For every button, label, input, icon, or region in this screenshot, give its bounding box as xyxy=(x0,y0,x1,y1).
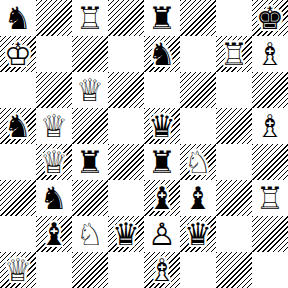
square-c1[interactable] xyxy=(72,252,108,288)
square-h7[interactable]: ♝♗ xyxy=(252,36,288,72)
black-queen: ♛ xyxy=(108,216,144,252)
square-g4[interactable] xyxy=(216,144,252,180)
black-queen: ♛ xyxy=(180,216,216,252)
square-f2[interactable]: ♛ xyxy=(180,216,216,252)
square-g7[interactable]: ♜♖ xyxy=(216,36,252,72)
square-c5[interactable] xyxy=(72,108,108,144)
black-rook: ♜ xyxy=(72,144,108,180)
white-bishop-fill: ♝ xyxy=(252,36,288,72)
square-f3[interactable]: ♝ xyxy=(180,180,216,216)
white-queen: ♕ xyxy=(36,144,72,180)
white-knight: ♘ xyxy=(72,216,108,252)
square-e4[interactable]: ♜ xyxy=(144,144,180,180)
square-c3[interactable] xyxy=(72,180,108,216)
square-a4[interactable] xyxy=(0,144,36,180)
square-a7[interactable]: ♚♔ xyxy=(0,36,36,72)
square-b8[interactable] xyxy=(36,0,72,36)
white-queen-fill: ♛ xyxy=(0,252,36,288)
black-knight: ♞ xyxy=(0,0,36,36)
square-d6[interactable] xyxy=(108,72,144,108)
square-c8[interactable]: ♜♖ xyxy=(72,0,108,36)
white-bishop: ♗ xyxy=(144,252,180,288)
square-e8[interactable]: ♜ xyxy=(144,0,180,36)
square-e6[interactable] xyxy=(144,72,180,108)
square-a8[interactable]: ♞ xyxy=(0,0,36,36)
square-g5[interactable] xyxy=(216,108,252,144)
white-queen: ♕ xyxy=(36,108,72,144)
black-knight: ♞ xyxy=(0,108,36,144)
square-c6[interactable]: ♛♕ xyxy=(72,72,108,108)
chess-board: ♞♜♖♜♚♚♔♞♜♖♝♗♛♕♞♛♕♛♝♗♛♕♜♜♞♘♞♝♝♜♖♝♞♘♛♟♙♛♛♕… xyxy=(0,0,288,288)
square-e2[interactable]: ♟♙ xyxy=(144,216,180,252)
square-d3[interactable] xyxy=(108,180,144,216)
white-bishop-fill: ♝ xyxy=(252,108,288,144)
white-bishop: ♗ xyxy=(252,108,288,144)
square-a6[interactable] xyxy=(0,72,36,108)
black-knight: ♞ xyxy=(144,36,180,72)
square-d8[interactable] xyxy=(108,0,144,36)
square-c2[interactable]: ♞♘ xyxy=(72,216,108,252)
white-rook-fill: ♜ xyxy=(72,0,108,36)
black-bishop: ♝ xyxy=(180,180,216,216)
square-e7[interactable]: ♞ xyxy=(144,36,180,72)
square-g2[interactable] xyxy=(216,216,252,252)
square-b3[interactable]: ♞ xyxy=(36,180,72,216)
square-f5[interactable] xyxy=(180,108,216,144)
square-h1[interactable] xyxy=(252,252,288,288)
square-f7[interactable] xyxy=(180,36,216,72)
black-king: ♚ xyxy=(252,0,288,36)
square-a5[interactable]: ♞ xyxy=(0,108,36,144)
white-bishop: ♗ xyxy=(252,36,288,72)
square-g8[interactable] xyxy=(216,0,252,36)
white-queen-fill: ♛ xyxy=(36,144,72,180)
square-d4[interactable] xyxy=(108,144,144,180)
square-d7[interactable] xyxy=(108,36,144,72)
black-bishop: ♝ xyxy=(36,216,72,252)
square-e3[interactable]: ♝ xyxy=(144,180,180,216)
square-h6[interactable] xyxy=(252,72,288,108)
square-e1[interactable]: ♝♗ xyxy=(144,252,180,288)
black-rook: ♜ xyxy=(144,144,180,180)
square-b7[interactable] xyxy=(36,36,72,72)
square-g3[interactable] xyxy=(216,180,252,216)
black-queen: ♛ xyxy=(144,108,180,144)
square-f6[interactable] xyxy=(180,72,216,108)
square-b1[interactable] xyxy=(36,252,72,288)
black-rook: ♜ xyxy=(144,0,180,36)
square-c7[interactable] xyxy=(72,36,108,72)
square-d5[interactable] xyxy=(108,108,144,144)
square-e5[interactable]: ♛ xyxy=(144,108,180,144)
white-knight: ♘ xyxy=(180,144,216,180)
white-knight-fill: ♞ xyxy=(180,144,216,180)
white-rook: ♖ xyxy=(72,0,108,36)
square-a3[interactable] xyxy=(0,180,36,216)
square-h4[interactable] xyxy=(252,144,288,180)
white-king-fill: ♚ xyxy=(0,36,36,72)
square-b4[interactable]: ♛♕ xyxy=(36,144,72,180)
white-rook-fill: ♜ xyxy=(252,180,288,216)
white-pawn-fill: ♟ xyxy=(144,216,180,252)
white-queen-fill: ♛ xyxy=(36,108,72,144)
white-rook-fill: ♜ xyxy=(216,36,252,72)
white-queen: ♕ xyxy=(0,252,36,288)
square-b2[interactable]: ♝ xyxy=(36,216,72,252)
square-h8[interactable]: ♚ xyxy=(252,0,288,36)
white-queen-fill: ♛ xyxy=(72,72,108,108)
square-h3[interactable]: ♜♖ xyxy=(252,180,288,216)
black-knight: ♞ xyxy=(36,180,72,216)
square-d1[interactable] xyxy=(108,252,144,288)
square-h5[interactable]: ♝♗ xyxy=(252,108,288,144)
square-d2[interactable]: ♛ xyxy=(108,216,144,252)
white-bishop-fill: ♝ xyxy=(144,252,180,288)
square-f8[interactable] xyxy=(180,0,216,36)
square-g6[interactable] xyxy=(216,72,252,108)
white-rook: ♖ xyxy=(216,36,252,72)
square-h2[interactable] xyxy=(252,216,288,252)
square-b6[interactable] xyxy=(36,72,72,108)
black-bishop: ♝ xyxy=(144,180,180,216)
white-knight-fill: ♞ xyxy=(72,216,108,252)
square-a1[interactable]: ♛♕ xyxy=(0,252,36,288)
white-rook: ♖ xyxy=(252,180,288,216)
white-pawn: ♙ xyxy=(144,216,180,252)
square-c4[interactable]: ♜ xyxy=(72,144,108,180)
white-queen: ♕ xyxy=(72,72,108,108)
square-f1[interactable] xyxy=(180,252,216,288)
square-f4[interactable]: ♞♘ xyxy=(180,144,216,180)
square-a2[interactable] xyxy=(0,216,36,252)
square-b5[interactable]: ♛♕ xyxy=(36,108,72,144)
square-g1[interactable] xyxy=(216,252,252,288)
white-king: ♔ xyxy=(0,36,36,72)
